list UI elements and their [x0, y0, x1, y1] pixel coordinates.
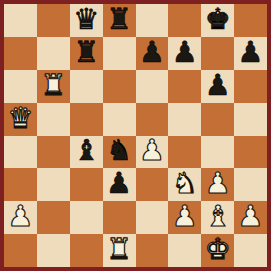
board-frame: ♛♜♚♜♟♟♟♜♟♛♝♞♟♟♞♟♟♟♝♟♜♚ [0, 0, 271, 271]
black-pawn-g6: ♟ [205, 71, 231, 100]
white-rook-d1: ♜ [106, 235, 132, 264]
black-pawn-e7: ♟ [139, 38, 165, 67]
square-e1[interactable] [136, 234, 169, 267]
square-e8[interactable] [136, 4, 169, 37]
white-knight-f3: ♞ [172, 169, 198, 198]
square-f1[interactable] [168, 234, 201, 267]
square-h8[interactable] [234, 4, 267, 37]
white-pawn-g3: ♟ [205, 169, 231, 198]
black-pawn-h7: ♟ [238, 38, 264, 67]
square-b8[interactable] [37, 4, 70, 37]
square-h5[interactable] [234, 103, 267, 136]
square-a5[interactable]: ♛ [4, 103, 37, 136]
square-g3[interactable]: ♟ [201, 168, 234, 201]
square-c2[interactable] [70, 201, 103, 234]
square-g2[interactable]: ♝ [201, 201, 234, 234]
square-a4[interactable] [4, 136, 37, 169]
square-g8[interactable]: ♚ [201, 4, 234, 37]
square-b7[interactable] [37, 37, 70, 70]
square-h6[interactable] [234, 70, 267, 103]
square-d5[interactable] [103, 103, 136, 136]
square-b1[interactable] [37, 234, 70, 267]
square-f5[interactable] [168, 103, 201, 136]
square-f8[interactable] [168, 4, 201, 37]
black-knight-d4: ♞ [106, 136, 132, 165]
square-e7[interactable]: ♟ [136, 37, 169, 70]
white-king-g1: ♚ [205, 235, 231, 264]
square-b3[interactable] [37, 168, 70, 201]
chess-board: ♛♜♚♜♟♟♟♜♟♛♝♞♟♟♞♟♟♟♝♟♜♚ [4, 4, 267, 267]
square-h7[interactable]: ♟ [234, 37, 267, 70]
square-f2[interactable]: ♟ [168, 201, 201, 234]
square-a1[interactable] [4, 234, 37, 267]
square-f4[interactable] [168, 136, 201, 169]
white-bishop-g2: ♝ [205, 202, 231, 231]
square-h4[interactable] [234, 136, 267, 169]
square-c6[interactable] [70, 70, 103, 103]
black-bishop-c4: ♝ [73, 136, 99, 165]
square-d4[interactable]: ♞ [103, 136, 136, 169]
black-rook-d8: ♜ [106, 5, 132, 34]
black-pawn-f7: ♟ [172, 38, 198, 67]
square-d6[interactable] [103, 70, 136, 103]
square-e3[interactable] [136, 168, 169, 201]
white-queen-a5: ♛ [7, 104, 33, 133]
square-g5[interactable] [201, 103, 234, 136]
white-pawn-f2: ♟ [172, 202, 198, 231]
square-d2[interactable] [103, 201, 136, 234]
square-e2[interactable] [136, 201, 169, 234]
square-a2[interactable]: ♟ [4, 201, 37, 234]
square-b2[interactable] [37, 201, 70, 234]
square-g7[interactable] [201, 37, 234, 70]
black-king-g8: ♚ [205, 5, 231, 34]
square-a3[interactable] [4, 168, 37, 201]
white-pawn-e4: ♟ [139, 136, 165, 165]
square-d8[interactable]: ♜ [103, 4, 136, 37]
square-f3[interactable]: ♞ [168, 168, 201, 201]
square-g1[interactable]: ♚ [201, 234, 234, 267]
square-e4[interactable]: ♟ [136, 136, 169, 169]
square-a8[interactable] [4, 4, 37, 37]
white-pawn-h2: ♟ [238, 202, 264, 231]
square-c1[interactable] [70, 234, 103, 267]
square-h3[interactable] [234, 168, 267, 201]
square-g6[interactable]: ♟ [201, 70, 234, 103]
square-e6[interactable] [136, 70, 169, 103]
square-d7[interactable] [103, 37, 136, 70]
square-c8[interactable]: ♛ [70, 4, 103, 37]
square-h2[interactable]: ♟ [234, 201, 267, 234]
square-f6[interactable] [168, 70, 201, 103]
square-b5[interactable] [37, 103, 70, 136]
square-h1[interactable] [234, 234, 267, 267]
square-g4[interactable] [201, 136, 234, 169]
square-c4[interactable]: ♝ [70, 136, 103, 169]
black-rook-c7: ♜ [73, 38, 99, 67]
square-d1[interactable]: ♜ [103, 234, 136, 267]
square-b6[interactable]: ♜ [37, 70, 70, 103]
square-a6[interactable] [4, 70, 37, 103]
black-queen-c8: ♛ [73, 5, 99, 34]
square-e5[interactable] [136, 103, 169, 136]
square-b4[interactable] [37, 136, 70, 169]
square-d3[interactable]: ♟ [103, 168, 136, 201]
square-f7[interactable]: ♟ [168, 37, 201, 70]
square-c3[interactable] [70, 168, 103, 201]
square-c7[interactable]: ♜ [70, 37, 103, 70]
square-a7[interactable] [4, 37, 37, 70]
white-rook-b6: ♜ [40, 71, 66, 100]
black-pawn-d3: ♟ [106, 169, 132, 198]
square-c5[interactable] [70, 103, 103, 136]
white-pawn-a2: ♟ [7, 202, 33, 231]
